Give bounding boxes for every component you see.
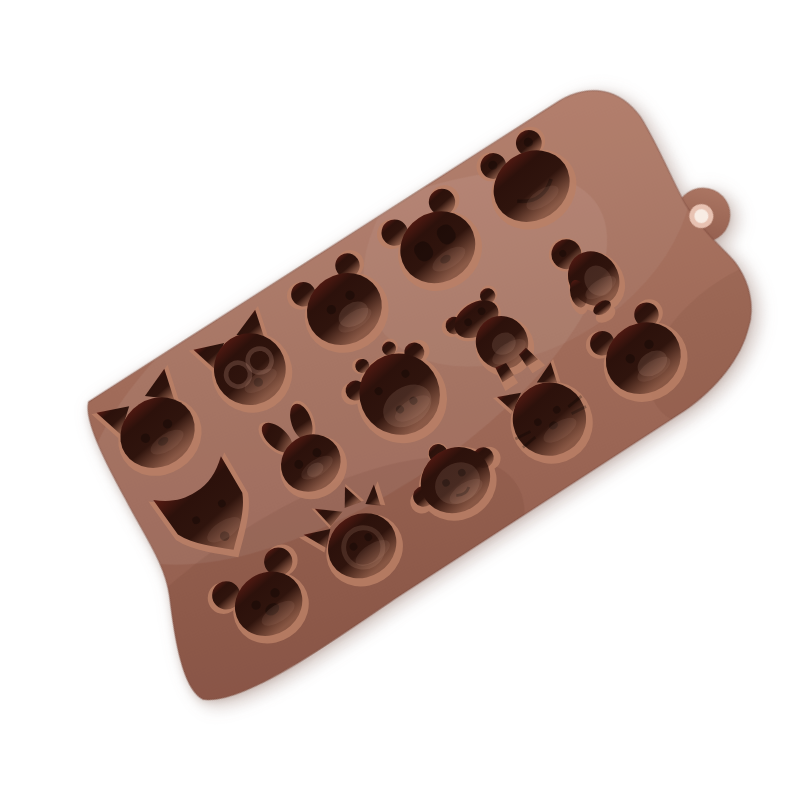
chocolate-mold: [0, 36, 800, 745]
photo-stage: [0, 0, 800, 800]
